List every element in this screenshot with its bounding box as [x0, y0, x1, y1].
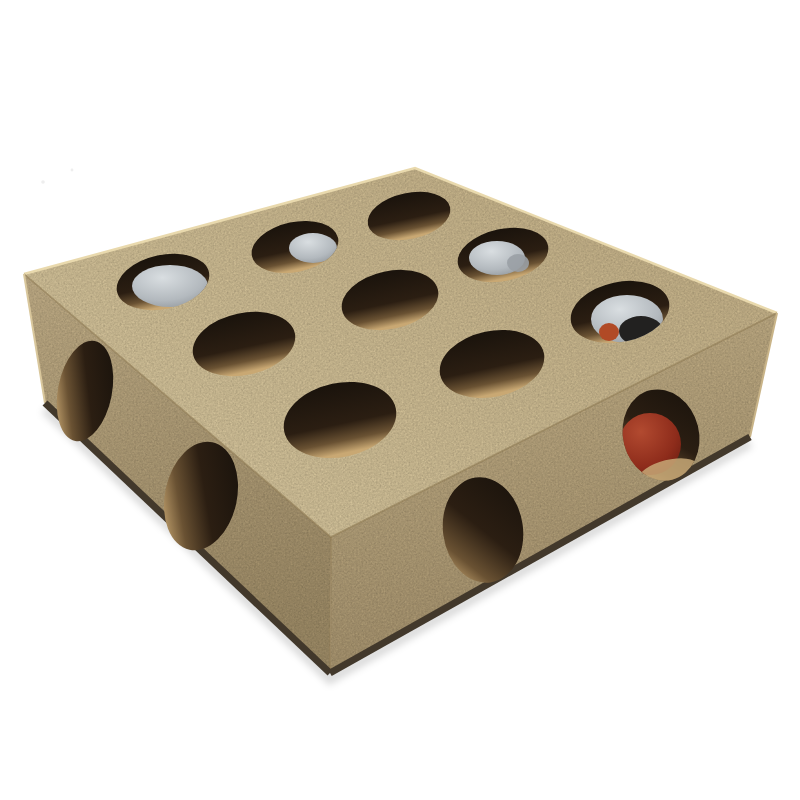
red-sliver [599, 323, 619, 341]
cat-puzzle-box-photo [0, 0, 800, 800]
product-photo-stage [0, 0, 800, 800]
gray-ball-3-shadow [507, 254, 529, 272]
front-corner-edge [330, 537, 331, 673]
